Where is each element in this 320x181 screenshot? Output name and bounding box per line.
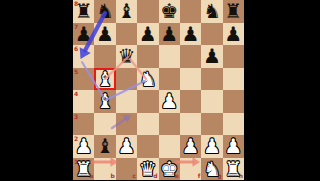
piece-white-knight-g1[interactable]: ♞ xyxy=(201,158,222,181)
piece-black-bishop-c8[interactable]: ♝ xyxy=(116,0,137,23)
piece-white-pawn-f2[interactable]: ♟ xyxy=(180,135,201,158)
square-h1[interactable]: h♜ xyxy=(223,158,244,181)
square-d8[interactable] xyxy=(137,0,158,23)
square-e6[interactable] xyxy=(159,45,180,68)
letterbox-left xyxy=(0,0,73,180)
piece-white-queen-d1[interactable]: ♛ xyxy=(137,158,158,181)
piece-black-pawn-d7[interactable]: ♟ xyxy=(137,23,158,46)
square-g8[interactable]: ♞ xyxy=(201,0,222,23)
square-d3[interactable] xyxy=(137,113,158,136)
square-c5[interactable] xyxy=(116,68,137,91)
square-e8[interactable]: ♚ xyxy=(159,0,180,23)
square-g5[interactable] xyxy=(201,68,222,91)
square-h4[interactable] xyxy=(223,90,244,113)
piece-black-rook-a8[interactable]: ♜ xyxy=(73,0,94,23)
square-h8[interactable]: ♜ xyxy=(223,0,244,23)
rank-label-3: 3 xyxy=(74,114,78,120)
square-d1[interactable]: d♛ xyxy=(137,158,158,181)
square-d2[interactable] xyxy=(137,135,158,158)
square-f5[interactable] xyxy=(180,68,201,91)
piece-white-pawn-g2[interactable]: ♟ xyxy=(201,135,222,158)
square-f8[interactable] xyxy=(180,0,201,23)
piece-white-king-e1[interactable]: ♚ xyxy=(159,158,180,181)
square-b1[interactable]: b xyxy=(94,158,115,181)
rank-label-4: 4 xyxy=(74,91,78,97)
square-d7[interactable]: ♟ xyxy=(137,23,158,46)
square-g6[interactable]: ♟ xyxy=(201,45,222,68)
piece-black-pawn-e7[interactable]: ♟ xyxy=(159,23,180,46)
piece-white-rook-a1[interactable]: ♜ xyxy=(73,158,94,181)
square-h7[interactable]: ♟ xyxy=(223,23,244,46)
square-a7[interactable]: 7♟ xyxy=(73,23,94,46)
file-label-b: b xyxy=(110,173,114,179)
piece-black-pawn-f7[interactable]: ♟ xyxy=(180,23,201,46)
square-c2[interactable]: ♟ xyxy=(116,135,137,158)
square-h5[interactable] xyxy=(223,68,244,91)
piece-white-pawn-e4[interactable]: ♟ xyxy=(159,90,180,113)
piece-white-bishop-b5[interactable]: ♝ xyxy=(94,68,115,91)
square-b2[interactable]: ♝ xyxy=(94,135,115,158)
square-b4[interactable]: ♝ xyxy=(94,90,115,113)
square-d5[interactable]: ♞ xyxy=(137,68,158,91)
piece-black-pawn-h7[interactable]: ♟ xyxy=(223,23,244,46)
piece-black-pawn-g6[interactable]: ♟ xyxy=(201,45,222,68)
square-b8[interactable]: ♞ xyxy=(94,0,115,23)
piece-white-pawn-c2[interactable]: ♟ xyxy=(116,135,137,158)
square-a3[interactable]: 3 xyxy=(73,113,94,136)
square-c8[interactable]: ♝ xyxy=(116,0,137,23)
piece-white-knight-d5[interactable]: ♞ xyxy=(137,68,158,91)
square-a5[interactable]: 5 xyxy=(73,68,94,91)
piece-white-bishop-b4[interactable]: ♝ xyxy=(94,90,115,113)
video-frame: 8♜♞♝♚♞♜7♟♟♟♟♟♟6♛♟5♝♞4♝♟32♟♝♟♟♟♟1a♜bcd♛e♚… xyxy=(0,0,320,180)
square-a6[interactable]: 6 xyxy=(73,45,94,68)
square-a8[interactable]: 8♜ xyxy=(73,0,94,23)
piece-white-rook-h1[interactable]: ♜ xyxy=(223,158,244,181)
rank-label-5: 5 xyxy=(74,69,78,75)
square-e2[interactable] xyxy=(159,135,180,158)
file-label-c: c xyxy=(133,173,137,179)
square-f2[interactable]: ♟ xyxy=(180,135,201,158)
piece-black-pawn-b7[interactable]: ♟ xyxy=(94,23,115,46)
square-c4[interactable] xyxy=(116,90,137,113)
square-f1[interactable]: f xyxy=(180,158,201,181)
square-g7[interactable] xyxy=(201,23,222,46)
square-f4[interactable] xyxy=(180,90,201,113)
square-f3[interactable] xyxy=(180,113,201,136)
square-c7[interactable] xyxy=(116,23,137,46)
square-b3[interactable] xyxy=(94,113,115,136)
piece-black-rook-h8[interactable]: ♜ xyxy=(223,0,244,23)
letterbox-right xyxy=(244,0,320,180)
file-label-f: f xyxy=(198,173,201,179)
square-b7[interactable]: ♟ xyxy=(94,23,115,46)
piece-black-bishop-b2[interactable]: ♝ xyxy=(94,135,115,158)
square-h3[interactable] xyxy=(223,113,244,136)
piece-black-pawn-a7[interactable]: ♟ xyxy=(73,23,94,46)
rank-label-6: 6 xyxy=(74,46,78,52)
square-e7[interactable]: ♟ xyxy=(159,23,180,46)
square-g4[interactable] xyxy=(201,90,222,113)
square-g3[interactable] xyxy=(201,113,222,136)
square-c3[interactable] xyxy=(116,113,137,136)
square-f7[interactable]: ♟ xyxy=(180,23,201,46)
square-e1[interactable]: e♚ xyxy=(159,158,180,181)
square-d6[interactable] xyxy=(137,45,158,68)
chess-board[interactable]: 8♜♞♝♚♞♜7♟♟♟♟♟♟6♛♟5♝♞4♝♟32♟♝♟♟♟♟1a♜bcd♛e♚… xyxy=(73,0,244,180)
square-h6[interactable] xyxy=(223,45,244,68)
piece-black-queen-c6[interactable]: ♛ xyxy=(116,45,137,68)
square-g2[interactable]: ♟ xyxy=(201,135,222,158)
square-d4[interactable] xyxy=(137,90,158,113)
square-c6[interactable]: ♛ xyxy=(116,45,137,68)
square-e4[interactable]: ♟ xyxy=(159,90,180,113)
piece-black-king-e8[interactable]: ♚ xyxy=(159,0,180,23)
piece-black-knight-g8[interactable]: ♞ xyxy=(201,0,222,23)
square-f6[interactable] xyxy=(180,45,201,68)
square-h2[interactable]: ♟ xyxy=(223,135,244,158)
square-a1[interactable]: 1a♜ xyxy=(73,158,94,181)
square-c1[interactable]: c xyxy=(116,158,137,181)
square-a4[interactable]: 4 xyxy=(73,90,94,113)
square-b6[interactable] xyxy=(94,45,115,68)
piece-white-pawn-h2[interactable]: ♟ xyxy=(223,135,244,158)
square-e3[interactable] xyxy=(159,113,180,136)
square-e5[interactable] xyxy=(159,68,180,91)
piece-white-pawn-a2[interactable]: ♟ xyxy=(73,135,94,158)
square-g1[interactable]: g♞ xyxy=(201,158,222,181)
piece-black-knight-b8[interactable]: ♞ xyxy=(94,0,115,23)
square-a2[interactable]: 2♟ xyxy=(73,135,94,158)
square-b5[interactable]: ♝ xyxy=(94,68,115,91)
